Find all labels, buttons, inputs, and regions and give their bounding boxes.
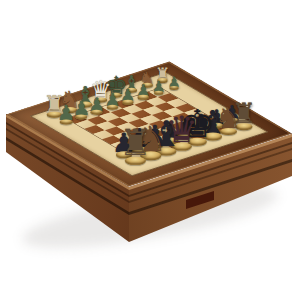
piece-white-pawn-d2[interactable]: ♟ bbox=[104, 92, 120, 109]
piece-white-pawn-h2[interactable]: ♟ bbox=[168, 76, 181, 89]
piece-black-rook-a8[interactable]: ♜ bbox=[119, 127, 151, 165]
piece-white-pawn-c2[interactable]: ♟ bbox=[88, 96, 105, 114]
piece-white-pawn-e2[interactable]: ♟ bbox=[120, 88, 135, 104]
piece-base-drum bbox=[107, 105, 118, 110]
piece-base-drum bbox=[125, 156, 146, 165]
chess-set-photo: ♜♞♟♝♟♚♟♛♟♝♟♞♟♜♟♟♟♟♜♟♞♟♝♟♚♟♛♟♝♟♞♜ bbox=[0, 0, 300, 300]
piece-white-pawn-f2[interactable]: ♟ bbox=[136, 84, 151, 99]
piece-base-drum bbox=[154, 90, 164, 94]
piece-white-pawn-g2[interactable]: ♟ bbox=[152, 80, 166, 94]
piece-white-pawn-a2[interactable]: ♟ bbox=[57, 104, 76, 124]
